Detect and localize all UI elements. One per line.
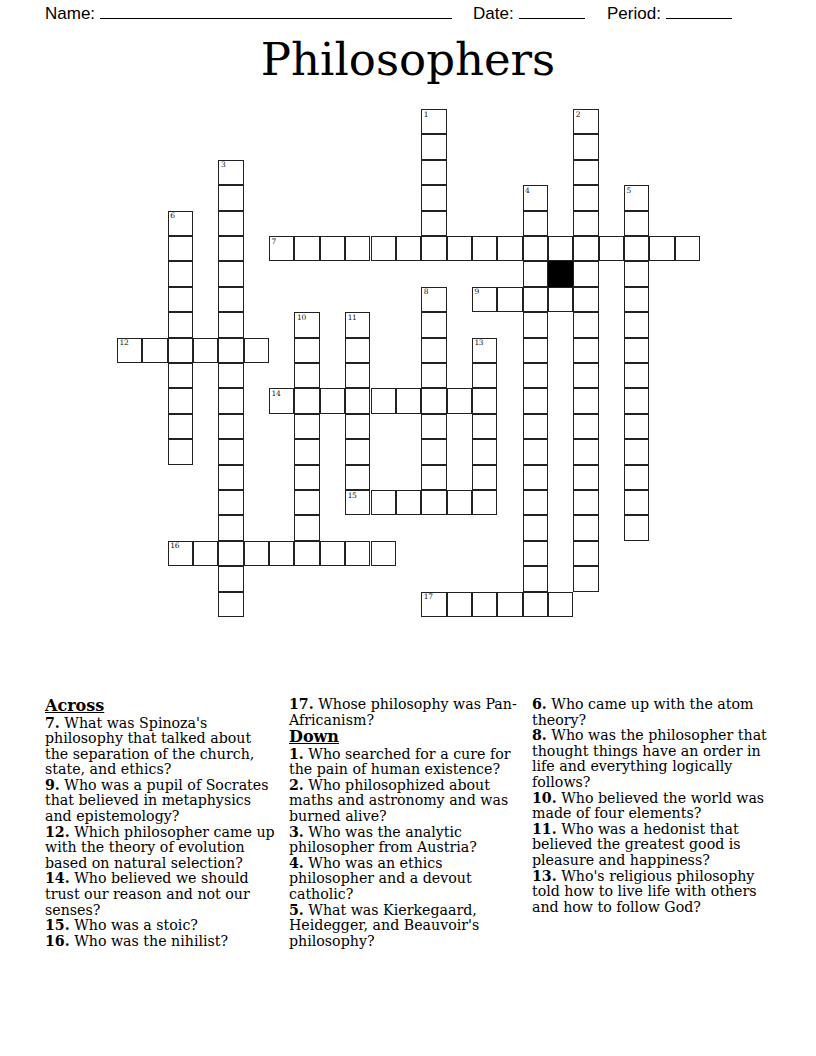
grid-cell[interactable]: [573, 363, 598, 388]
grid-cell[interactable]: [649, 236, 674, 261]
clue-down-6: 6. Who came up with the atom theory?: [532, 697, 770, 728]
grid-cell[interactable]: [548, 592, 573, 617]
grid-cell[interactable]: [168, 414, 193, 439]
grid-cell[interactable]: [168, 388, 193, 413]
grid-cell[interactable]: [345, 541, 370, 566]
grid-cell[interactable]: 14: [269, 388, 294, 413]
grid-cell[interactable]: [218, 236, 243, 261]
grid-cell[interactable]: [218, 592, 243, 617]
grid-cell[interactable]: [142, 338, 167, 363]
grid-cell[interactable]: [523, 439, 548, 464]
grid-cell[interactable]: [269, 541, 294, 566]
grid-cell[interactable]: [523, 363, 548, 388]
clue-number: 7.: [45, 715, 60, 731]
grid-cell[interactable]: [218, 490, 243, 515]
clue-number: 13.: [532, 868, 557, 884]
cell-number: 12: [120, 338, 129, 347]
cell-number: 2: [576, 110, 580, 119]
grid-cell[interactable]: [294, 414, 319, 439]
clue-across-9: 9. Who was a pupil of Socrates that beli…: [45, 778, 278, 825]
grid-cell[interactable]: [218, 211, 243, 236]
clue-number: 14.: [45, 870, 70, 886]
grid-cell[interactable]: [497, 236, 522, 261]
name-label: Name:: [45, 4, 95, 23]
grid-cell[interactable]: [447, 592, 472, 617]
grid-cell[interactable]: 5: [624, 185, 649, 210]
grid-cell[interactable]: [497, 592, 522, 617]
period-field: Period:: [607, 4, 732, 24]
grid-cell[interactable]: [421, 439, 446, 464]
cell-number: 11: [348, 313, 357, 322]
grid-cell[interactable]: [218, 185, 243, 210]
down-heading: Down: [289, 728, 528, 746]
clue-across-12: 12. Which philosopher came up with the t…: [45, 825, 278, 872]
grid-cell[interactable]: [523, 414, 548, 439]
grid-cell[interactable]: [294, 541, 319, 566]
grid-cell[interactable]: [421, 363, 446, 388]
grid-cell[interactable]: [345, 414, 370, 439]
grid-cell[interactable]: [218, 261, 243, 286]
grid-cell[interactable]: 6: [168, 211, 193, 236]
clue-number: 9.: [45, 777, 60, 793]
cell-number: 7: [272, 237, 276, 246]
cell-number: 8: [424, 287, 428, 296]
grid-cell[interactable]: [218, 541, 243, 566]
grid-cell[interactable]: [548, 287, 573, 312]
grid-cell[interactable]: [396, 490, 421, 515]
clue-across-7: 7. What was Spinoza's philosophy that ta…: [45, 716, 278, 778]
grid-cell[interactable]: [472, 236, 497, 261]
grid-cell[interactable]: [548, 236, 573, 261]
clue-down-4: 4. Who was an ethics philosopher and a d…: [289, 856, 528, 903]
clue-down-13: 13. Who's religious philosophy told how …: [532, 869, 770, 916]
grid-cell[interactable]: [218, 515, 243, 540]
grid-cell[interactable]: [218, 363, 243, 388]
name-field: Name:: [45, 4, 452, 24]
grid-cell[interactable]: [472, 490, 497, 515]
clue-across-15: 15. Who was a stoic?: [45, 918, 278, 934]
grid-cell[interactable]: [421, 388, 446, 413]
grid-cell[interactable]: [573, 465, 598, 490]
grid-cell[interactable]: [573, 236, 598, 261]
grid-cell[interactable]: [218, 414, 243, 439]
grid-cell[interactable]: [421, 414, 446, 439]
grid-cell[interactable]: [573, 287, 598, 312]
grid-cell[interactable]: [624, 338, 649, 363]
clue-number: 4.: [289, 855, 304, 871]
clue-down-8: 8. Who was the philosopher that thought …: [532, 728, 770, 790]
grid-cell[interactable]: [573, 211, 598, 236]
grid-cell[interactable]: [168, 338, 193, 363]
grid-cell[interactable]: [472, 388, 497, 413]
grid-cell[interactable]: [523, 312, 548, 337]
cell-number: 6: [170, 211, 174, 220]
name-blank-line: [100, 4, 452, 19]
grid-cell[interactable]: [573, 388, 598, 413]
grid-cell[interactable]: [573, 185, 598, 210]
clue-down-11: 11. Who was a hedonist that believed the…: [532, 822, 770, 869]
grid-cell[interactable]: [573, 414, 598, 439]
grid-cell[interactable]: [675, 236, 700, 261]
grid-cell[interactable]: [396, 388, 421, 413]
grid-cell[interactable]: [421, 211, 446, 236]
grid-cell[interactable]: [523, 566, 548, 591]
grid-cell[interactable]: [168, 312, 193, 337]
clue-number: 1.: [289, 746, 304, 762]
clue-number: 6.: [532, 696, 547, 712]
clue-number: 15.: [45, 917, 70, 933]
cell-number: 5: [627, 186, 631, 195]
grid-cell[interactable]: [573, 160, 598, 185]
cell-number: 9: [474, 287, 478, 296]
crossword-grid: 1234567891011121314151617: [117, 109, 701, 618]
clue-number: 10.: [532, 790, 557, 806]
cell-number: 13: [474, 338, 483, 347]
grid-cell[interactable]: [523, 388, 548, 413]
grid-cell[interactable]: [447, 490, 472, 515]
cell-number: 15: [348, 491, 357, 500]
clue-number: 16.: [45, 933, 70, 949]
grid-cell[interactable]: [523, 592, 548, 617]
grid-cell[interactable]: 4: [523, 185, 548, 210]
grid-cell[interactable]: [421, 134, 446, 159]
clue-number: 5.: [289, 902, 304, 918]
cell-number: 16: [170, 541, 179, 550]
grid-cell[interactable]: [497, 287, 522, 312]
clue-number: 2.: [289, 777, 304, 793]
grid-cell[interactable]: [421, 465, 446, 490]
grid-cell[interactable]: [447, 388, 472, 413]
clue-down-2: 2. Who philosophized about maths and ast…: [289, 778, 528, 825]
grid-cell[interactable]: [624, 287, 649, 312]
grid-cell[interactable]: [599, 236, 624, 261]
grid-cell[interactable]: 16: [168, 541, 193, 566]
clue-across-14: 14. Who believed we should trust our rea…: [45, 871, 278, 918]
grid-cell[interactable]: [345, 388, 370, 413]
grid-cell[interactable]: [523, 261, 548, 286]
grid-cell[interactable]: [421, 338, 446, 363]
cell-number: 3: [221, 160, 225, 169]
grid-cell[interactable]: [294, 338, 319, 363]
grid-cell[interactable]: [523, 490, 548, 515]
grid-cell[interactable]: [320, 236, 345, 261]
grid-cell[interactable]: [421, 312, 446, 337]
grid-cell[interactable]: [573, 312, 598, 337]
cell-number: 1: [424, 110, 428, 119]
grid-cell[interactable]: 10: [294, 312, 319, 337]
grid-cell[interactable]: [573, 439, 598, 464]
grid-cell[interactable]: [345, 338, 370, 363]
grid-cell[interactable]: [218, 439, 243, 464]
grid-cell[interactable]: [472, 414, 497, 439]
cell-number: 17: [424, 592, 433, 601]
clues-column-2: 17. Whose philosophy was Pan-Africanism?…: [289, 697, 528, 949]
cell-number: 14: [272, 389, 281, 398]
grid-cell[interactable]: [320, 541, 345, 566]
clue-number: 12.: [45, 824, 70, 840]
grid-cell[interactable]: [294, 236, 319, 261]
worksheet-page: { "game": "crossword", "title": "Philoso…: [0, 0, 816, 1056]
grid-cell[interactable]: [244, 541, 269, 566]
grid-cell[interactable]: [345, 439, 370, 464]
clue-number: 17.: [289, 696, 314, 712]
grid-cell[interactable]: [168, 439, 193, 464]
black-cell: [548, 261, 573, 286]
grid-cell[interactable]: [421, 490, 446, 515]
grid-cell[interactable]: 7: [269, 236, 294, 261]
period-blank-line: [666, 4, 732, 19]
grid-cell[interactable]: 8: [421, 287, 446, 312]
grid-cell[interactable]: 17: [421, 592, 446, 617]
grid-cell[interactable]: [573, 134, 598, 159]
grid-cell[interactable]: [573, 515, 598, 540]
grid-cell[interactable]: [294, 490, 319, 515]
grid-cell[interactable]: [371, 541, 396, 566]
grid-cell[interactable]: [168, 287, 193, 312]
grid-cell[interactable]: 1: [421, 109, 446, 134]
clue-number: 8.: [532, 727, 547, 743]
grid-cell[interactable]: [218, 287, 243, 312]
grid-cell[interactable]: [294, 465, 319, 490]
date-label: Date:: [473, 4, 514, 23]
grid-cell[interactable]: [396, 236, 421, 261]
grid-cell[interactable]: [523, 287, 548, 312]
clue-number: 3.: [289, 824, 304, 840]
clue-down-1: 1. Who searched for a cure for the pain …: [289, 747, 528, 778]
grid-cell[interactable]: [624, 261, 649, 286]
grid-cell[interactable]: [523, 541, 548, 566]
grid-cell[interactable]: [573, 566, 598, 591]
grid-cell[interactable]: [624, 515, 649, 540]
grid-cell[interactable]: [421, 185, 446, 210]
grid-cell[interactable]: [371, 236, 396, 261]
date-field: Date:: [473, 4, 585, 24]
clue-across-16: 16. Who was the nihilist?: [45, 934, 278, 950]
clue-down-10: 10. Who believed the world was made of f…: [532, 791, 770, 822]
page-title: Philosophers: [0, 33, 816, 86]
grid-cell[interactable]: 12: [117, 338, 142, 363]
clues-column-1: Across7. What was Spinoza's philosophy t…: [45, 697, 278, 949]
clue-across-17: 17. Whose philosophy was Pan-Africanism?: [289, 697, 528, 728]
grid-cell[interactable]: [168, 236, 193, 261]
grid-cell[interactable]: [523, 211, 548, 236]
grid-cell[interactable]: [447, 236, 472, 261]
grid-cell[interactable]: [573, 541, 598, 566]
grid-cell[interactable]: [624, 439, 649, 464]
grid-cell[interactable]: [523, 338, 548, 363]
grid-cell[interactable]: [624, 465, 649, 490]
grid-cell[interactable]: [218, 388, 243, 413]
grid-cell[interactable]: [573, 490, 598, 515]
grid-cell[interactable]: 2: [573, 109, 598, 134]
grid-cell[interactable]: [624, 363, 649, 388]
grid-cell[interactable]: [244, 338, 269, 363]
grid-cell[interactable]: [294, 388, 319, 413]
grid-cell[interactable]: [371, 490, 396, 515]
grid-cell[interactable]: [345, 363, 370, 388]
cell-number: 10: [297, 313, 306, 322]
grid-cell[interactable]: [573, 338, 598, 363]
grid-cell[interactable]: [218, 312, 243, 337]
clue-down-5: 5. What was Kierkegaard, Heidegger, and …: [289, 903, 528, 950]
grid-cell[interactable]: [345, 236, 370, 261]
grid-cell[interactable]: [421, 160, 446, 185]
grid-cell[interactable]: 3: [218, 160, 243, 185]
grid-cell[interactable]: [294, 515, 319, 540]
grid-cell[interactable]: [345, 465, 370, 490]
grid-cell[interactable]: [218, 566, 243, 591]
grid-cell[interactable]: [523, 465, 548, 490]
grid-cell[interactable]: 15: [345, 490, 370, 515]
grid-cell[interactable]: [523, 236, 548, 261]
grid-cell[interactable]: [168, 261, 193, 286]
clue-down-3: 3. Who was the analytic philosopher from…: [289, 825, 528, 856]
grid-cell[interactable]: [472, 363, 497, 388]
grid-cell[interactable]: [421, 236, 446, 261]
grid-cell[interactable]: 9: [472, 287, 497, 312]
grid-cell[interactable]: [371, 388, 396, 413]
period-label: Period:: [607, 4, 661, 23]
across-heading: Across: [45, 697, 278, 715]
grid-cell[interactable]: [193, 541, 218, 566]
date-blank-line: [519, 4, 585, 19]
grid-cell[interactable]: [573, 261, 598, 286]
grid-cell[interactable]: [218, 338, 243, 363]
grid-cell[interactable]: [624, 312, 649, 337]
grid-cell[interactable]: 11: [345, 312, 370, 337]
grid-cell[interactable]: [193, 338, 218, 363]
clues-column-3: 6. Who came up with the atom theory?8. W…: [532, 697, 770, 915]
grid-cell[interactable]: [624, 388, 649, 413]
grid-cell[interactable]: [624, 490, 649, 515]
clue-number: 11.: [532, 821, 557, 837]
grid-cell[interactable]: [294, 363, 319, 388]
grid-cell[interactable]: [624, 236, 649, 261]
grid-cell[interactable]: [472, 465, 497, 490]
grid-cell[interactable]: [472, 439, 497, 464]
grid-cell[interactable]: [320, 388, 345, 413]
grid-cell[interactable]: [523, 515, 548, 540]
grid-cell[interactable]: [218, 465, 243, 490]
grid-cell[interactable]: 13: [472, 338, 497, 363]
grid-cell[interactable]: [624, 211, 649, 236]
grid-cell[interactable]: [624, 414, 649, 439]
grid-cell[interactable]: [472, 592, 497, 617]
grid-cell[interactable]: [294, 439, 319, 464]
cell-number: 4: [525, 186, 529, 195]
grid-cell[interactable]: [168, 363, 193, 388]
